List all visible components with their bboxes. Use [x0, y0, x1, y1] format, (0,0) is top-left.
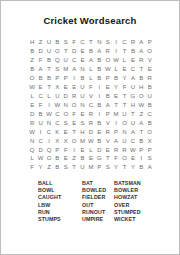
grid-cell-r14c2: W — [36, 154, 44, 163]
grid-cell-r4c7: N — [78, 65, 86, 74]
grid-cell-r10c2: U — [36, 118, 44, 127]
grid-cell-r14c3: O — [45, 154, 53, 163]
grid-cell-r15c12: T — [120, 163, 128, 172]
grid-cell-r8c8: C — [87, 100, 95, 109]
grid-cell-r11c12: N — [120, 127, 128, 136]
grid-cell-r12c7: M — [78, 136, 86, 145]
grid-cell-r15c15: A — [145, 163, 153, 172]
word-list-item-stumps: STUMPS — [38, 216, 61, 223]
grid-cell-r9c5: O — [62, 109, 70, 118]
grid-cell-r2c15: O — [145, 47, 153, 56]
grid-cell-r6c7: U — [78, 83, 86, 92]
grid-cell-r8c3: I — [45, 100, 53, 109]
grid-cell-r1c14: A — [137, 38, 145, 47]
grid-cell-r7c3: L — [45, 92, 53, 101]
grid-cell-r13c1: Q — [28, 145, 36, 154]
grid-cell-r15c14: B — [137, 163, 145, 172]
grid-cell-r14c8: E — [87, 154, 95, 163]
grid-cell-r8c13: H — [129, 100, 137, 109]
grid-cell-r14c5: E — [62, 154, 70, 163]
grid-cell-r8c1: E — [28, 100, 36, 109]
word-list-item-wicket: WICKET — [114, 216, 141, 223]
grid-cell-r9c8: R — [87, 109, 95, 118]
grid-cell-r14c4: B — [53, 154, 61, 163]
grid-cell-r13c5: F — [62, 145, 70, 154]
grid-cell-r8c6: O — [70, 100, 78, 109]
grid-cell-r11c1: W — [28, 127, 36, 136]
word-list-item-stumped: STUMPED — [114, 209, 141, 216]
page-title: Cricket Wordsearch — [1, 15, 179, 26]
grid-cell-r4c10: W — [104, 65, 112, 74]
grid-cell-r2c7: E — [78, 47, 86, 56]
grid-cell-r13c2: D — [36, 145, 44, 154]
grid-cell-r8c2: F — [36, 100, 44, 109]
grid-cell-r12c15: X — [145, 136, 153, 145]
grid-cell-r11c11: P — [112, 127, 120, 136]
grid-cell-r5c5: P — [62, 74, 70, 83]
grid-cell-r10c13: U — [129, 118, 137, 127]
word-list-item-howzat: HOWZAT — [114, 194, 141, 201]
grid-cell-r7c6: R — [70, 92, 78, 101]
grid-cell-r4c1: B — [28, 65, 36, 74]
grid-cell-r4c9: B — [95, 65, 103, 74]
grid-cell-r9c1: D — [28, 109, 36, 118]
grid-cell-r9c15: C — [145, 109, 153, 118]
grid-cell-r14c14: I — [137, 154, 145, 163]
grid-cell-r6c14: H — [137, 83, 145, 92]
grid-cell-r15c5: S — [62, 163, 70, 172]
grid-cell-r15c8: M — [87, 163, 95, 172]
grid-cell-r3c4: Q — [53, 56, 61, 65]
grid-cell-r2c3: U — [45, 47, 53, 56]
grid-cell-r5c2: B — [36, 74, 44, 83]
grid-cell-r13c4: P — [53, 145, 61, 154]
grid-cell-r1c11: I — [112, 38, 120, 47]
word-list-item-caught: CAUGHT — [38, 194, 61, 201]
grid-cell-r13c7: E — [78, 145, 86, 154]
grid-cell-r4c13: C — [129, 65, 137, 74]
grid-cell-r14c13: E — [129, 154, 137, 163]
grid-cell-r8c4: W — [53, 100, 61, 109]
grid-cell-r12c11: A — [112, 136, 120, 145]
grid-cell-r3c7: E — [78, 56, 86, 65]
grid-cell-r5c8: L — [87, 74, 95, 83]
grid-cell-r15c13: Y — [129, 163, 137, 172]
grid-cell-r6c8: F — [87, 83, 95, 92]
grid-cell-r4c14: T — [137, 65, 145, 74]
grid-cell-r6c4: X — [53, 83, 61, 92]
grid-cell-r9c6: F — [70, 109, 78, 118]
grid-cell-r9c4: C — [53, 109, 61, 118]
word-list-column-3: BATSMANBOWLERHOWZATOVERSTUMPEDWICKET — [114, 180, 141, 223]
grid-cell-r13c10: E — [104, 145, 112, 154]
grid-cell-r3c10: O — [104, 56, 112, 65]
grid-cell-r15c9: P — [95, 163, 103, 172]
grid-cell-r4c11: L — [112, 65, 120, 74]
grid-cell-r8c12: T — [120, 100, 128, 109]
grid-cell-r10c3: N — [45, 118, 53, 127]
grid-cell-r13c13: W — [129, 145, 137, 154]
grid-cell-r7c1: L — [28, 92, 36, 101]
grid-cell-r2c6: D — [70, 47, 78, 56]
grid-cell-r3c6: C — [70, 56, 78, 65]
grid-cell-r6c13: U — [129, 83, 137, 92]
grid-cell-r11c8: D — [87, 127, 95, 136]
grid-cell-r8c11: T — [112, 100, 120, 109]
grid-cell-r5c11: B — [112, 74, 120, 83]
grid-cell-r5c6: I — [70, 74, 78, 83]
grid-cell-r8c10: A — [104, 100, 112, 109]
grid-cell-r2c5: T — [62, 47, 70, 56]
grid-cell-r15c11: Y — [112, 163, 120, 172]
grid-cell-r5c7: B — [78, 74, 86, 83]
grid-cell-r8c15: B — [145, 100, 153, 109]
grid-cell-r4c2: A — [36, 65, 44, 74]
grid-cell-r2c12: T — [120, 47, 128, 56]
grid-cell-r11c9: E — [95, 127, 103, 136]
grid-cell-r1c10: S — [104, 38, 112, 47]
grid-cell-r9c2: B — [36, 109, 44, 118]
grid-cell-r15c1: F — [28, 163, 36, 172]
grid-cell-r3c14: R — [137, 56, 145, 65]
grid-cell-r12c9: B — [95, 136, 103, 145]
word-list-item-runout: RUNOUT — [82, 209, 106, 216]
grid-cell-r7c8: V — [87, 92, 95, 101]
grid-cell-r1c7: C — [78, 38, 86, 47]
grid-cell-r15c4: B — [53, 163, 61, 172]
grid-cell-r9c10: P — [104, 109, 112, 118]
grid-cell-r3c1: Z — [28, 56, 36, 65]
word-list-item-run: RUN — [38, 209, 61, 216]
grid-cell-r6c5: E — [62, 83, 70, 92]
grid-cell-r1c2: Z — [36, 38, 44, 47]
grid-cell-r3c2: F — [36, 56, 44, 65]
grid-cell-r15c7: U — [78, 163, 86, 172]
grid-cell-r6c15: B — [145, 83, 153, 92]
grid-cell-r11c6: T — [70, 127, 78, 136]
grid-cell-r1c15: P — [145, 38, 153, 47]
grid-cell-r10c4: C — [53, 118, 61, 127]
grid-cell-r6c11: Y — [112, 83, 120, 92]
grid-cell-r4c3: T — [45, 65, 53, 74]
grid-cell-r12c14: B — [137, 136, 145, 145]
grid-cell-r3c12: L — [120, 56, 128, 65]
grid-cell-r10c10: V — [104, 118, 112, 127]
grid-cell-r7c12: T — [120, 92, 128, 101]
grid-cell-r10c11: I — [112, 118, 120, 127]
grid-cell-r7c4: U — [53, 92, 61, 101]
grid-cell-r13c3: Q — [45, 145, 53, 154]
grid-cell-r5c10: P — [104, 74, 112, 83]
word-list-item-bowled: BOWLED — [82, 187, 106, 194]
grid-cell-r9c9: I — [95, 109, 103, 118]
grid-cell-r3c15: V — [145, 56, 153, 65]
grid-cell-r15c3: Z — [45, 163, 53, 172]
grid-cell-r12c4: X — [53, 136, 61, 145]
word-list-item-over: OVER — [114, 202, 141, 209]
grid-cell-r5c3: B — [45, 74, 53, 83]
grid-cell-r2c13: B — [129, 47, 137, 56]
word-list-item-out: OUT — [82, 202, 106, 209]
grid-cell-r11c4: K — [53, 127, 61, 136]
grid-cell-r7c5: D — [62, 92, 70, 101]
grid-cell-r7c14: O — [137, 92, 145, 101]
grid-cell-r14c15: S — [145, 154, 153, 163]
grid-cell-r14c6: Z — [70, 154, 78, 163]
grid-cell-r13c12: R — [120, 145, 128, 154]
grid-cell-r14c12: O — [120, 154, 128, 163]
grid-cell-r7c2: C — [36, 92, 44, 101]
grid-cell-r10c7: S — [78, 118, 86, 127]
word-list-item-lbw: LBW — [38, 202, 61, 209]
word-list-column-1: BALLBOWLCAUGHTLBWRUNSTUMPS — [38, 180, 61, 223]
grid-cell-r11c14: T — [137, 127, 145, 136]
grid-cell-r11c13: A — [129, 127, 137, 136]
grid-cell-r7c11: E — [112, 92, 120, 101]
word-list-item-fielder: FIELDER — [82, 194, 106, 201]
word-list-item-bowler: BOWLER — [114, 187, 141, 194]
grid-cell-r2c9: A — [95, 47, 103, 56]
grid-cell-r12c12: U — [120, 136, 128, 145]
grid-cell-r9c14: Z — [137, 109, 145, 118]
grid-cell-r5c13: A — [129, 74, 137, 83]
grid-cell-r7c9: I — [95, 92, 103, 101]
grid-cell-r14c1: L — [28, 154, 36, 163]
grid-cell-r1c13: R — [129, 38, 137, 47]
grid-cell-r13c15: P — [145, 145, 153, 154]
grid-cell-r2c14: A — [137, 47, 145, 56]
grid-cell-r14c9: G — [95, 154, 103, 163]
grid-cell-r6c6: E — [70, 83, 78, 92]
grid-cell-r5c4: P — [53, 74, 61, 83]
grid-cell-r13c8: L — [87, 145, 95, 154]
grid-cell-r3c8: A — [87, 56, 95, 65]
grid-cell-r10c8: R — [87, 118, 95, 127]
grid-cell-r14c11: F — [112, 154, 120, 163]
grid-cell-r10c9: B — [95, 118, 103, 127]
grid-cell-r13c6: I — [70, 145, 78, 154]
grid-cell-r9c12: U — [120, 109, 128, 118]
grid-cell-r11c7: H — [78, 127, 86, 136]
grid-cell-r4c12: E — [120, 65, 128, 74]
grid-cell-r12c1: N — [28, 136, 36, 145]
grid-cell-r5c9: B — [95, 74, 103, 83]
wordsearch-grid: HZUBSFCTNSICRAPBDUOTDEBARITBAOZFBQUCEABO… — [28, 38, 154, 172]
grid-cell-r12c10: V — [104, 136, 112, 145]
grid-cell-r13c14: P — [137, 145, 145, 154]
grid-cell-r13c11: R — [112, 145, 120, 154]
grid-cell-r3c5: U — [62, 56, 70, 65]
puzzle-page: Cricket Wordsearch HZUBSFCTNSICRAPBDUOTD… — [0, 0, 180, 255]
grid-cell-r2c4: O — [53, 47, 61, 56]
grid-cell-r10c12: O — [120, 118, 128, 127]
grid-cell-r5c14: B — [137, 74, 145, 83]
grid-cell-r6c3: T — [45, 83, 53, 92]
grid-cell-r1c12: C — [120, 38, 128, 47]
grid-cell-r7c7: U — [78, 92, 86, 101]
word-list-item-umpire: UMPIRE — [82, 216, 106, 223]
grid-cell-r1c3: U — [45, 38, 53, 47]
grid-cell-r15c10: S — [104, 163, 112, 172]
grid-cell-r10c14: A — [137, 118, 145, 127]
grid-cell-r6c12: F — [120, 83, 128, 92]
grid-cell-r1c8: T — [87, 38, 95, 47]
grid-cell-r7c13: G — [129, 92, 137, 101]
word-list-item-batsman: BATSMAN — [114, 180, 141, 187]
grid-cell-r2c10: R — [104, 47, 112, 56]
grid-cell-r11c2: I — [36, 127, 44, 136]
grid-cell-r15c6: T — [70, 163, 78, 172]
grid-cell-r8c9: B — [95, 100, 103, 109]
grid-cell-r5c1: O — [28, 74, 36, 83]
grid-cell-r12c2: C — [36, 136, 44, 145]
grid-cell-r2c11: I — [112, 47, 120, 56]
grid-cell-r9c3: W — [45, 109, 53, 118]
grid-cell-r6c2: E — [36, 83, 44, 92]
word-list-item-bowl: BOWL — [38, 187, 61, 194]
grid-cell-r14c7: B — [78, 154, 86, 163]
grid-cell-r8c14: W — [137, 100, 145, 109]
grid-cell-r12c5: X — [62, 136, 70, 145]
grid-cell-r4c5: M — [62, 65, 70, 74]
grid-cell-r8c7: N — [78, 100, 86, 109]
word-list-column-2: BATBOWLEDFIELDEROUTRUNOUTUMPIRE — [82, 180, 106, 223]
grid-cell-r2c8: B — [87, 47, 95, 56]
grid-cell-r10c6: E — [70, 118, 78, 127]
grid-cell-r3c9: B — [95, 56, 103, 65]
grid-cell-r13c9: D — [95, 145, 103, 154]
grid-cell-r14c10: T — [104, 154, 112, 163]
grid-cell-r11c5: E — [62, 127, 70, 136]
grid-cell-r1c5: S — [62, 38, 70, 47]
word-list-item-ball: BALL — [38, 180, 61, 187]
word-list-item-bat: BAT — [82, 180, 106, 187]
grid-cell-r1c1: H — [28, 38, 36, 47]
grid-cell-r4c8: L — [87, 65, 95, 74]
grid-cell-r8c5: N — [62, 100, 70, 109]
grid-cell-r7c10: B — [104, 92, 112, 101]
grid-cell-r10c1: R — [28, 118, 36, 127]
grid-cell-r6c10: E — [104, 83, 112, 92]
grid-cell-r10c15: B — [145, 118, 153, 127]
grid-cell-r9c7: E — [78, 109, 86, 118]
grid-cell-r15c2: Y — [36, 163, 44, 172]
grid-cell-r5c12: Y — [120, 74, 128, 83]
grid-cell-r11c15: O — [145, 127, 153, 136]
grid-cell-r6c9: I — [95, 83, 103, 92]
grid-cell-r7c15: U — [145, 92, 153, 101]
grid-cell-r6c1: W — [28, 83, 36, 92]
grid-cell-r4c15: E — [145, 65, 153, 74]
grid-cell-r2c1: B — [28, 47, 36, 56]
grid-cell-r12c6: O — [70, 136, 78, 145]
grid-cell-r2c2: D — [36, 47, 44, 56]
grid-cell-r11c10: R — [104, 127, 112, 136]
grid-cell-r11c3: C — [45, 127, 53, 136]
grid-cell-r1c9: N — [95, 38, 103, 47]
grid-cell-r1c6: F — [70, 38, 78, 47]
grid-cell-r9c11: M — [112, 109, 120, 118]
grid-cell-r12c8: W — [87, 136, 95, 145]
grid-cell-r3c3: B — [45, 56, 53, 65]
grid-cell-r12c13: C — [129, 136, 137, 145]
grid-cell-r1c4: B — [53, 38, 61, 47]
grid-cell-r3c13: E — [129, 56, 137, 65]
grid-cell-r9c13: T — [129, 109, 137, 118]
grid-cell-r5c15: R — [145, 74, 153, 83]
grid-cell-r4c6: A — [70, 65, 78, 74]
grid-cell-r4c4: S — [53, 65, 61, 74]
grid-cell-r12c3: I — [45, 136, 53, 145]
grid-cell-r3c11: W — [112, 56, 120, 65]
grid-cell-r10c5: S — [62, 118, 70, 127]
